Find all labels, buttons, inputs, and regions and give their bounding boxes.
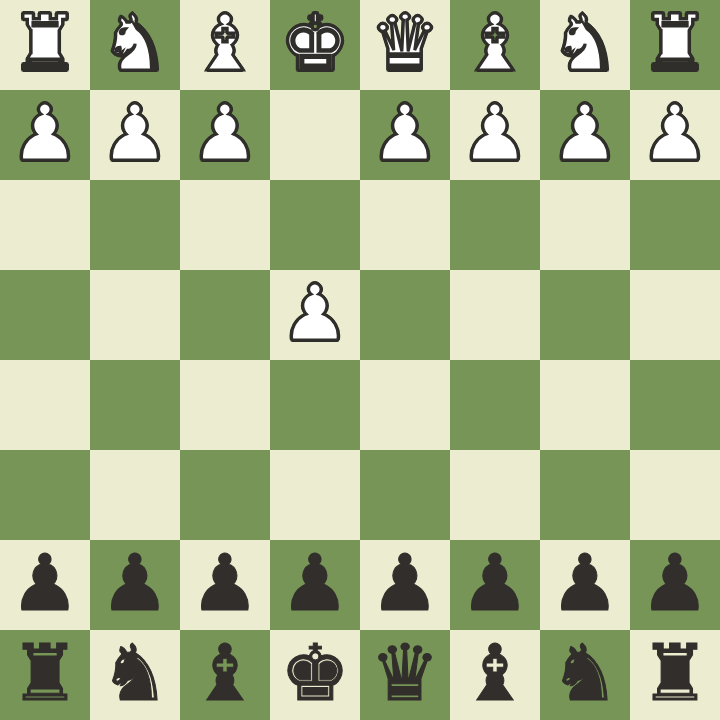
square-b1[interactable]: ♞ xyxy=(540,0,630,90)
white-knight[interactable]: ♞ xyxy=(100,0,170,88)
square-g4[interactable] xyxy=(90,270,180,360)
square-d6[interactable] xyxy=(360,450,450,540)
black-bishop[interactable]: ♝ xyxy=(460,628,530,718)
square-d1[interactable]: ♛ xyxy=(360,0,450,90)
black-pawn[interactable]: ♟ xyxy=(460,538,530,628)
white-pawn[interactable]: ♟ xyxy=(100,88,170,178)
square-a7[interactable]: ♟ xyxy=(630,540,720,630)
square-b8[interactable]: ♞ xyxy=(540,630,630,720)
square-g1[interactable]: ♞ xyxy=(90,0,180,90)
square-f7[interactable]: ♟ xyxy=(180,540,270,630)
black-pawn[interactable]: ♟ xyxy=(280,538,350,628)
square-g6[interactable] xyxy=(90,450,180,540)
square-c2[interactable]: ♟ xyxy=(450,90,540,180)
square-f6[interactable] xyxy=(180,450,270,540)
square-b2[interactable]: ♟ xyxy=(540,90,630,180)
square-b5[interactable] xyxy=(540,360,630,450)
white-pawn[interactable]: ♟ xyxy=(370,88,440,178)
black-queen[interactable]: ♛ xyxy=(370,628,440,718)
white-rook[interactable]: ♜ xyxy=(640,0,710,88)
chess-board[interactable]: ♜♞♝♚♛♝♞♜♟♟♟♟♟♟♟♟♟♟♟♟♟♟♟♟♜♞♝♚♛♝♞♜ xyxy=(0,0,720,720)
square-f4[interactable] xyxy=(180,270,270,360)
square-g2[interactable]: ♟ xyxy=(90,90,180,180)
square-a2[interactable]: ♟ xyxy=(630,90,720,180)
square-g7[interactable]: ♟ xyxy=(90,540,180,630)
square-c8[interactable]: ♝ xyxy=(450,630,540,720)
square-e6[interactable] xyxy=(270,450,360,540)
white-pawn[interactable]: ♟ xyxy=(190,88,260,178)
square-a1[interactable]: ♜ xyxy=(630,0,720,90)
square-a4[interactable] xyxy=(630,270,720,360)
black-rook[interactable]: ♜ xyxy=(640,628,710,718)
black-pawn[interactable]: ♟ xyxy=(550,538,620,628)
white-pawn[interactable]: ♟ xyxy=(10,88,80,178)
square-e4[interactable]: ♟ xyxy=(270,270,360,360)
square-d8[interactable]: ♛ xyxy=(360,630,450,720)
square-h3[interactable] xyxy=(0,180,90,270)
white-bishop[interactable]: ♝ xyxy=(460,0,530,88)
white-bishop[interactable]: ♝ xyxy=(190,0,260,88)
black-pawn[interactable]: ♟ xyxy=(100,538,170,628)
black-knight[interactable]: ♞ xyxy=(100,628,170,718)
white-queen[interactable]: ♛ xyxy=(370,0,440,88)
square-d5[interactable] xyxy=(360,360,450,450)
black-pawn[interactable]: ♟ xyxy=(370,538,440,628)
square-d2[interactable]: ♟ xyxy=(360,90,450,180)
black-pawn[interactable]: ♟ xyxy=(190,538,260,628)
square-f1[interactable]: ♝ xyxy=(180,0,270,90)
white-pawn[interactable]: ♟ xyxy=(460,88,530,178)
square-h7[interactable]: ♟ xyxy=(0,540,90,630)
square-a3[interactable] xyxy=(630,180,720,270)
white-king[interactable]: ♚ xyxy=(280,0,350,88)
square-a8[interactable]: ♜ xyxy=(630,630,720,720)
square-c3[interactable] xyxy=(450,180,540,270)
square-d7[interactable]: ♟ xyxy=(360,540,450,630)
square-h5[interactable] xyxy=(0,360,90,450)
black-king[interactable]: ♚ xyxy=(280,628,350,718)
square-f3[interactable] xyxy=(180,180,270,270)
square-e8[interactable]: ♚ xyxy=(270,630,360,720)
square-c4[interactable] xyxy=(450,270,540,360)
square-f8[interactable]: ♝ xyxy=(180,630,270,720)
square-h4[interactable] xyxy=(0,270,90,360)
square-e1[interactable]: ♚ xyxy=(270,0,360,90)
square-e7[interactable]: ♟ xyxy=(270,540,360,630)
square-h1[interactable]: ♜ xyxy=(0,0,90,90)
white-pawn[interactable]: ♟ xyxy=(550,88,620,178)
square-e5[interactable] xyxy=(270,360,360,450)
square-a5[interactable] xyxy=(630,360,720,450)
square-g5[interactable] xyxy=(90,360,180,450)
black-knight[interactable]: ♞ xyxy=(550,628,620,718)
black-rook[interactable]: ♜ xyxy=(10,628,80,718)
square-b6[interactable] xyxy=(540,450,630,540)
square-b3[interactable] xyxy=(540,180,630,270)
white-pawn[interactable]: ♟ xyxy=(640,88,710,178)
black-pawn[interactable]: ♟ xyxy=(640,538,710,628)
square-h2[interactable]: ♟ xyxy=(0,90,90,180)
square-b4[interactable] xyxy=(540,270,630,360)
square-c5[interactable] xyxy=(450,360,540,450)
square-a6[interactable] xyxy=(630,450,720,540)
black-pawn[interactable]: ♟ xyxy=(10,538,80,628)
square-f2[interactable]: ♟ xyxy=(180,90,270,180)
white-rook[interactable]: ♜ xyxy=(10,0,80,88)
black-bishop[interactable]: ♝ xyxy=(190,628,260,718)
square-e3[interactable] xyxy=(270,180,360,270)
square-d3[interactable] xyxy=(360,180,450,270)
square-h8[interactable]: ♜ xyxy=(0,630,90,720)
square-b7[interactable]: ♟ xyxy=(540,540,630,630)
white-knight[interactable]: ♞ xyxy=(550,0,620,88)
square-c1[interactable]: ♝ xyxy=(450,0,540,90)
square-f5[interactable] xyxy=(180,360,270,450)
square-h6[interactable] xyxy=(0,450,90,540)
square-c7[interactable]: ♟ xyxy=(450,540,540,630)
square-e2[interactable] xyxy=(270,90,360,180)
square-c6[interactable] xyxy=(450,450,540,540)
square-g8[interactable]: ♞ xyxy=(90,630,180,720)
white-pawn[interactable]: ♟ xyxy=(280,268,350,358)
square-d4[interactable] xyxy=(360,270,450,360)
square-g3[interactable] xyxy=(90,180,180,270)
